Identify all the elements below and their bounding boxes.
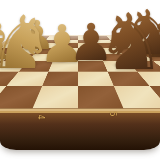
black-knight: ♞ (96, 3, 160, 81)
rank-label-5: 5 (108, 111, 116, 116)
rank-label-4: 4 (36, 114, 44, 119)
chessboard-photo: ♝♟♞♟♟♞♞♝ 4 5 (0, 0, 160, 160)
board-front-edge (0, 111, 160, 150)
